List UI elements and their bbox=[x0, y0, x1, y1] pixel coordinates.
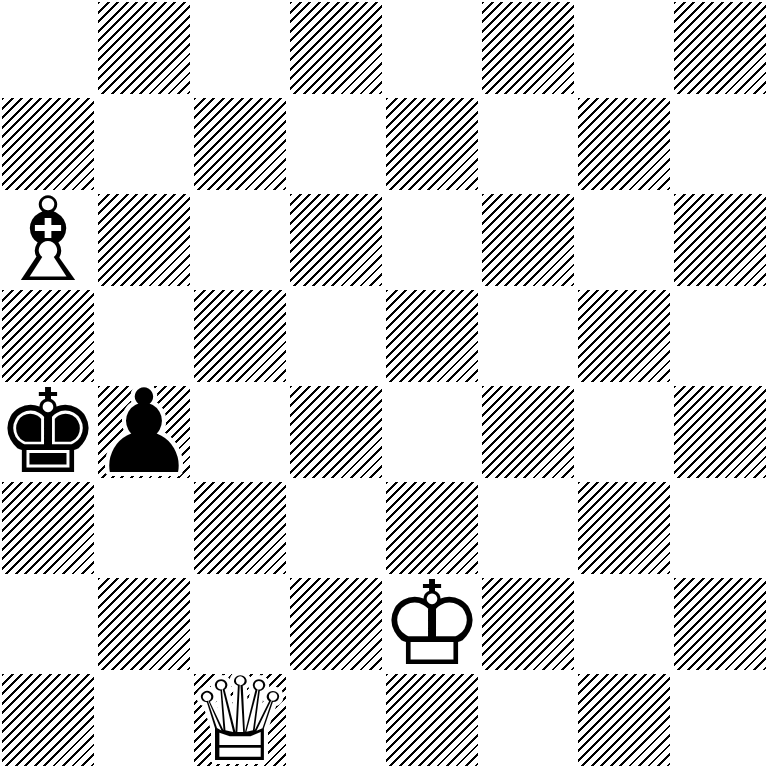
square-d7[interactable] bbox=[288, 96, 384, 192]
square-b4[interactable]: ♟ bbox=[96, 384, 192, 480]
black-pawn[interactable]: ♟ bbox=[96, 384, 192, 480]
square-b3[interactable] bbox=[96, 480, 192, 576]
square-e6[interactable] bbox=[384, 192, 480, 288]
square-a4[interactable]: ♚ bbox=[0, 384, 96, 480]
square-g4[interactable] bbox=[576, 384, 672, 480]
square-b2[interactable] bbox=[96, 576, 192, 672]
square-d3[interactable] bbox=[288, 480, 384, 576]
square-f4[interactable] bbox=[480, 384, 576, 480]
square-f7[interactable] bbox=[480, 96, 576, 192]
square-c1[interactable]: ♛♕ bbox=[192, 672, 288, 768]
square-e5[interactable] bbox=[384, 288, 480, 384]
square-a7[interactable] bbox=[0, 96, 96, 192]
square-h1[interactable] bbox=[672, 672, 768, 768]
square-d2[interactable] bbox=[288, 576, 384, 672]
square-g5[interactable] bbox=[576, 288, 672, 384]
square-d1[interactable] bbox=[288, 672, 384, 768]
square-h4[interactable] bbox=[672, 384, 768, 480]
square-g8[interactable] bbox=[576, 0, 672, 96]
square-h3[interactable] bbox=[672, 480, 768, 576]
square-a1[interactable] bbox=[0, 672, 96, 768]
square-a3[interactable] bbox=[0, 480, 96, 576]
square-d5[interactable] bbox=[288, 288, 384, 384]
square-a8[interactable] bbox=[0, 0, 96, 96]
square-f6[interactable] bbox=[480, 192, 576, 288]
square-h7[interactable] bbox=[672, 96, 768, 192]
square-b5[interactable] bbox=[96, 288, 192, 384]
square-a2[interactable] bbox=[0, 576, 96, 672]
square-c5[interactable] bbox=[192, 288, 288, 384]
square-e4[interactable] bbox=[384, 384, 480, 480]
square-h8[interactable] bbox=[672, 0, 768, 96]
square-b1[interactable] bbox=[96, 672, 192, 768]
square-a6[interactable]: ♝♗ bbox=[0, 192, 96, 288]
square-e2[interactable]: ♚♔ bbox=[384, 576, 480, 672]
square-c8[interactable] bbox=[192, 0, 288, 96]
chess-board: ♝♗♚♟♚♔♛♕ bbox=[0, 0, 768, 768]
square-g1[interactable] bbox=[576, 672, 672, 768]
square-d8[interactable] bbox=[288, 0, 384, 96]
square-c2[interactable] bbox=[192, 576, 288, 672]
square-f8[interactable] bbox=[480, 0, 576, 96]
black-king[interactable]: ♚ bbox=[0, 384, 96, 480]
square-b6[interactable] bbox=[96, 192, 192, 288]
square-c7[interactable] bbox=[192, 96, 288, 192]
square-c4[interactable] bbox=[192, 384, 288, 480]
square-b7[interactable] bbox=[96, 96, 192, 192]
square-c3[interactable] bbox=[192, 480, 288, 576]
square-a5[interactable] bbox=[0, 288, 96, 384]
square-h5[interactable] bbox=[672, 288, 768, 384]
square-h6[interactable] bbox=[672, 192, 768, 288]
square-d6[interactable] bbox=[288, 192, 384, 288]
chess-diagram: ♝♗♚♟♚♔♛♕ bbox=[0, 0, 768, 768]
white-king[interactable]: ♚♔ bbox=[384, 576, 480, 672]
square-b8[interactable] bbox=[96, 0, 192, 96]
square-g6[interactable] bbox=[576, 192, 672, 288]
square-d4[interactable] bbox=[288, 384, 384, 480]
white-queen[interactable]: ♛♕ bbox=[192, 672, 288, 768]
square-f3[interactable] bbox=[480, 480, 576, 576]
square-c6[interactable] bbox=[192, 192, 288, 288]
square-e7[interactable] bbox=[384, 96, 480, 192]
square-g3[interactable] bbox=[576, 480, 672, 576]
square-f1[interactable] bbox=[480, 672, 576, 768]
square-h2[interactable] bbox=[672, 576, 768, 672]
square-f2[interactable] bbox=[480, 576, 576, 672]
square-f5[interactable] bbox=[480, 288, 576, 384]
square-e8[interactable] bbox=[384, 0, 480, 96]
square-g2[interactable] bbox=[576, 576, 672, 672]
square-e1[interactable] bbox=[384, 672, 480, 768]
square-g7[interactable] bbox=[576, 96, 672, 192]
square-e3[interactable] bbox=[384, 480, 480, 576]
white-bishop[interactable]: ♝♗ bbox=[0, 192, 96, 288]
